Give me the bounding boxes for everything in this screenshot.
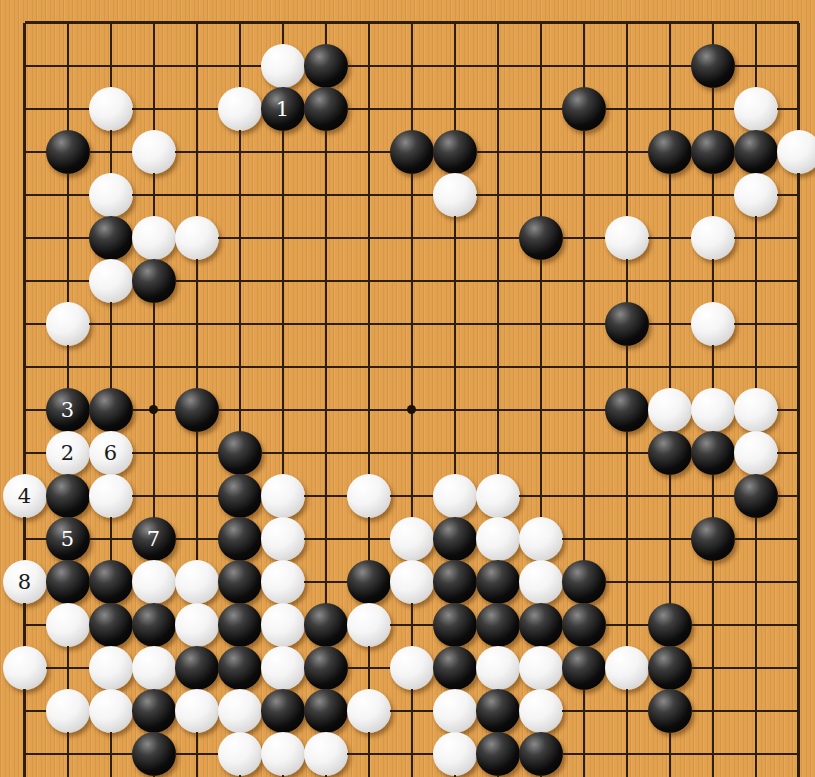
- intersection-12-3[interactable]: [519, 130, 562, 173]
- intersection-2-1[interactable]: [89, 44, 132, 87]
- intersection-7-8[interactable]: [304, 345, 347, 388]
- intersection-0-9[interactable]: [3, 388, 46, 431]
- intersection-6-14[interactable]: [261, 603, 304, 646]
- intersection-17-8[interactable]: [734, 345, 777, 388]
- white-stone[interactable]: [3, 646, 47, 690]
- intersection-17-4[interactable]: [734, 173, 777, 216]
- white-stone[interactable]: [89, 173, 133, 217]
- black-stone[interactable]: [562, 560, 606, 604]
- white-stone[interactable]: [519, 646, 563, 690]
- intersection-1-16[interactable]: [46, 689, 89, 732]
- intersection-1-6[interactable]: [46, 259, 89, 302]
- white-stone[interactable]: [89, 87, 133, 131]
- intersection-10-13[interactable]: [433, 560, 476, 603]
- intersection-11-4[interactable]: [476, 173, 519, 216]
- intersection-5-2[interactable]: [218, 87, 261, 130]
- white-stone[interactable]: [605, 646, 649, 690]
- intersection-4-5[interactable]: [175, 216, 218, 259]
- intersection-5-15[interactable]: [218, 646, 261, 689]
- black-stone[interactable]: [218, 646, 262, 690]
- intersection-12-13[interactable]: [519, 560, 562, 603]
- black-stone[interactable]: [476, 732, 520, 776]
- intersection-13-10[interactable]: [562, 431, 605, 474]
- intersection-5-12[interactable]: [218, 517, 261, 560]
- intersection-3-16[interactable]: [132, 689, 175, 732]
- white-stone[interactable]: [605, 216, 649, 260]
- intersection-18-16[interactable]: [777, 689, 815, 732]
- intersection-7-11[interactable]: [304, 474, 347, 517]
- black-stone[interactable]: [175, 646, 219, 690]
- intersection-13-6[interactable]: [562, 259, 605, 302]
- white-stone[interactable]: [175, 603, 219, 647]
- black-stone[interactable]: [605, 388, 649, 432]
- intersection-2-2[interactable]: [89, 87, 132, 130]
- black-stone[interactable]: 3: [46, 388, 90, 432]
- intersection-7-6[interactable]: [304, 259, 347, 302]
- black-stone[interactable]: [433, 560, 477, 604]
- intersection-15-2[interactable]: [648, 87, 691, 130]
- intersection-16-10[interactable]: [691, 431, 734, 474]
- intersection-0-8[interactable]: [3, 345, 46, 388]
- intersection-8-16[interactable]: [347, 689, 390, 732]
- intersection-6-5[interactable]: [261, 216, 304, 259]
- white-stone[interactable]: [304, 732, 348, 776]
- black-stone[interactable]: [519, 732, 563, 776]
- intersection-4-15[interactable]: [175, 646, 218, 689]
- intersection-4-10[interactable]: [175, 431, 218, 474]
- black-stone[interactable]: [648, 431, 692, 475]
- intersection-18-1[interactable]: [777, 44, 815, 87]
- intersection-15-0[interactable]: [648, 1, 691, 44]
- intersection-10-3[interactable]: [433, 130, 476, 173]
- intersection-9-0[interactable]: [390, 1, 433, 44]
- intersection-8-17[interactable]: [347, 732, 390, 775]
- black-stone[interactable]: [304, 646, 348, 690]
- intersection-17-16[interactable]: [734, 689, 777, 732]
- intersection-4-1[interactable]: [175, 44, 218, 87]
- black-stone[interactable]: [304, 603, 348, 647]
- intersection-8-2[interactable]: [347, 87, 390, 130]
- black-stone[interactable]: [562, 603, 606, 647]
- intersection-10-12[interactable]: [433, 517, 476, 560]
- intersection-6-9[interactable]: [261, 388, 304, 431]
- black-stone[interactable]: [734, 474, 778, 518]
- intersection-7-14[interactable]: [304, 603, 347, 646]
- intersection-14-5[interactable]: [605, 216, 648, 259]
- intersection-1-14[interactable]: [46, 603, 89, 646]
- intersection-14-13[interactable]: [605, 560, 648, 603]
- intersection-10-1[interactable]: [433, 44, 476, 87]
- white-stone[interactable]: [218, 732, 262, 776]
- intersection-14-12[interactable]: [605, 517, 648, 560]
- white-stone[interactable]: [46, 302, 90, 346]
- intersection-1-15[interactable]: [46, 646, 89, 689]
- intersection-5-7[interactable]: [218, 302, 261, 345]
- intersection-18-12[interactable]: [777, 517, 815, 560]
- white-stone[interactable]: [261, 517, 305, 561]
- intersection-13-16[interactable]: [562, 689, 605, 732]
- intersection-10-14[interactable]: [433, 603, 476, 646]
- intersection-15-12[interactable]: [648, 517, 691, 560]
- white-stone[interactable]: [261, 646, 305, 690]
- intersection-7-17[interactable]: [304, 732, 347, 775]
- intersection-9-14[interactable]: [390, 603, 433, 646]
- intersection-4-3[interactable]: [175, 130, 218, 173]
- intersection-16-2[interactable]: [691, 87, 734, 130]
- intersection-17-12[interactable]: [734, 517, 777, 560]
- intersection-13-2[interactable]: [562, 87, 605, 130]
- black-stone[interactable]: [347, 560, 391, 604]
- intersection-2-14[interactable]: [89, 603, 132, 646]
- intersection-14-8[interactable]: [605, 345, 648, 388]
- intersection-9-10[interactable]: [390, 431, 433, 474]
- intersection-6-12[interactable]: [261, 517, 304, 560]
- black-stone[interactable]: [89, 388, 133, 432]
- intersection-5-0[interactable]: [218, 1, 261, 44]
- intersection-13-7[interactable]: [562, 302, 605, 345]
- intersection-4-11[interactable]: [175, 474, 218, 517]
- intersection-17-5[interactable]: [734, 216, 777, 259]
- intersection-17-11[interactable]: [734, 474, 777, 517]
- intersection-18-0[interactable]: [777, 1, 815, 44]
- intersection-12-12[interactable]: [519, 517, 562, 560]
- black-stone[interactable]: [132, 603, 176, 647]
- intersection-5-11[interactable]: [218, 474, 261, 517]
- intersection-11-10[interactable]: [476, 431, 519, 474]
- white-stone[interactable]: [519, 517, 563, 561]
- intersection-2-0[interactable]: [89, 1, 132, 44]
- intersection-8-7[interactable]: [347, 302, 390, 345]
- intersection-10-6[interactable]: [433, 259, 476, 302]
- intersection-6-4[interactable]: [261, 173, 304, 216]
- intersection-17-1[interactable]: [734, 44, 777, 87]
- intersection-15-10[interactable]: [648, 431, 691, 474]
- intersection-4-6[interactable]: [175, 259, 218, 302]
- intersection-0-13[interactable]: 8: [3, 560, 46, 603]
- intersection-6-13[interactable]: [261, 560, 304, 603]
- intersection-14-15[interactable]: [605, 646, 648, 689]
- intersection-13-0[interactable]: [562, 1, 605, 44]
- intersection-12-14[interactable]: [519, 603, 562, 646]
- white-stone[interactable]: [433, 474, 477, 518]
- intersection-16-1[interactable]: [691, 44, 734, 87]
- white-stone[interactable]: [734, 431, 778, 475]
- intersection-17-10[interactable]: [734, 431, 777, 474]
- intersection-16-16[interactable]: [691, 689, 734, 732]
- intersection-10-15[interactable]: [433, 646, 476, 689]
- black-stone[interactable]: [691, 431, 735, 475]
- intersection-18-5[interactable]: [777, 216, 815, 259]
- intersection-6-6[interactable]: [261, 259, 304, 302]
- intersection-13-14[interactable]: [562, 603, 605, 646]
- white-stone[interactable]: [648, 388, 692, 432]
- white-stone[interactable]: [476, 474, 520, 518]
- intersection-16-8[interactable]: [691, 345, 734, 388]
- intersection-7-2[interactable]: [304, 87, 347, 130]
- intersection-3-6[interactable]: [132, 259, 175, 302]
- intersection-9-6[interactable]: [390, 259, 433, 302]
- intersection-7-9[interactable]: [304, 388, 347, 431]
- intersection-1-0[interactable]: [46, 1, 89, 44]
- intersection-3-4[interactable]: [132, 173, 175, 216]
- intersection-7-12[interactable]: [304, 517, 347, 560]
- intersection-15-9[interactable]: [648, 388, 691, 431]
- intersection-10-7[interactable]: [433, 302, 476, 345]
- intersection-3-3[interactable]: [132, 130, 175, 173]
- intersection-6-3[interactable]: [261, 130, 304, 173]
- intersection-3-15[interactable]: [132, 646, 175, 689]
- white-stone[interactable]: [433, 173, 477, 217]
- black-stone[interactable]: [132, 732, 176, 776]
- black-stone[interactable]: [218, 431, 262, 475]
- intersection-0-0[interactable]: [3, 1, 46, 44]
- intersection-5-17[interactable]: [218, 732, 261, 775]
- intersection-6-0[interactable]: [261, 1, 304, 44]
- intersection-18-8[interactable]: [777, 345, 815, 388]
- intersection-9-17[interactable]: [390, 732, 433, 775]
- intersection-12-11[interactable]: [519, 474, 562, 517]
- intersection-3-12[interactable]: 7: [132, 517, 175, 560]
- intersection-11-15[interactable]: [476, 646, 519, 689]
- black-stone[interactable]: [46, 130, 90, 174]
- intersection-3-9[interactable]: [132, 388, 175, 431]
- intersection-3-17[interactable]: [132, 732, 175, 775]
- intersection-8-11[interactable]: [347, 474, 390, 517]
- white-stone[interactable]: [89, 689, 133, 733]
- intersection-18-13[interactable]: [777, 560, 815, 603]
- intersection-14-3[interactable]: [605, 130, 648, 173]
- intersection-17-14[interactable]: [734, 603, 777, 646]
- intersection-2-10[interactable]: 6: [89, 431, 132, 474]
- intersection-1-11[interactable]: [46, 474, 89, 517]
- black-stone[interactable]: [476, 603, 520, 647]
- intersection-10-2[interactable]: [433, 87, 476, 130]
- intersection-12-6[interactable]: [519, 259, 562, 302]
- white-stone[interactable]: [89, 646, 133, 690]
- white-stone[interactable]: [132, 646, 176, 690]
- white-stone[interactable]: [347, 474, 391, 518]
- intersection-8-3[interactable]: [347, 130, 390, 173]
- intersection-17-3[interactable]: [734, 130, 777, 173]
- intersection-2-5[interactable]: [89, 216, 132, 259]
- intersection-18-4[interactable]: [777, 173, 815, 216]
- intersection-18-3[interactable]: [777, 130, 815, 173]
- black-stone[interactable]: [175, 388, 219, 432]
- black-stone[interactable]: [648, 689, 692, 733]
- intersection-3-11[interactable]: [132, 474, 175, 517]
- intersection-9-11[interactable]: [390, 474, 433, 517]
- intersection-0-15[interactable]: [3, 646, 46, 689]
- white-stone[interactable]: [175, 216, 219, 260]
- intersection-1-4[interactable]: [46, 173, 89, 216]
- intersection-17-0[interactable]: [734, 1, 777, 44]
- white-stone[interactable]: [390, 646, 434, 690]
- white-stone[interactable]: [46, 689, 90, 733]
- white-stone[interactable]: [777, 130, 815, 174]
- black-stone[interactable]: [46, 560, 90, 604]
- intersection-2-7[interactable]: [89, 302, 132, 345]
- intersection-1-1[interactable]: [46, 44, 89, 87]
- intersection-7-5[interactable]: [304, 216, 347, 259]
- intersection-6-16[interactable]: [261, 689, 304, 732]
- intersection-10-10[interactable]: [433, 431, 476, 474]
- intersection-13-11[interactable]: [562, 474, 605, 517]
- intersection-1-7[interactable]: [46, 302, 89, 345]
- intersection-4-12[interactable]: [175, 517, 218, 560]
- intersection-10-17[interactable]: [433, 732, 476, 775]
- black-stone[interactable]: [89, 560, 133, 604]
- intersection-11-5[interactable]: [476, 216, 519, 259]
- intersection-4-0[interactable]: [175, 1, 218, 44]
- intersection-0-1[interactable]: [3, 44, 46, 87]
- intersection-15-1[interactable]: [648, 44, 691, 87]
- intersection-16-11[interactable]: [691, 474, 734, 517]
- intersection-16-13[interactable]: [691, 560, 734, 603]
- black-stone[interactable]: [46, 474, 90, 518]
- intersection-8-13[interactable]: [347, 560, 390, 603]
- intersection-9-3[interactable]: [390, 130, 433, 173]
- intersection-14-9[interactable]: [605, 388, 648, 431]
- intersection-1-10[interactable]: 2: [46, 431, 89, 474]
- white-stone[interactable]: [347, 689, 391, 733]
- intersection-0-14[interactable]: [3, 603, 46, 646]
- white-stone[interactable]: [390, 517, 434, 561]
- intersection-3-8[interactable]: [132, 345, 175, 388]
- intersection-12-15[interactable]: [519, 646, 562, 689]
- intersection-3-14[interactable]: [132, 603, 175, 646]
- intersection-1-9[interactable]: 3: [46, 388, 89, 431]
- intersection-14-7[interactable]: [605, 302, 648, 345]
- white-stone[interactable]: [175, 560, 219, 604]
- intersection-14-4[interactable]: [605, 173, 648, 216]
- black-stone[interactable]: [304, 689, 348, 733]
- intersection-13-13[interactable]: [562, 560, 605, 603]
- intersection-11-7[interactable]: [476, 302, 519, 345]
- intersection-10-9[interactable]: [433, 388, 476, 431]
- intersection-14-0[interactable]: [605, 1, 648, 44]
- white-stone[interactable]: [476, 517, 520, 561]
- black-stone[interactable]: [648, 646, 692, 690]
- intersection-15-13[interactable]: [648, 560, 691, 603]
- intersection-4-17[interactable]: [175, 732, 218, 775]
- intersection-7-10[interactable]: [304, 431, 347, 474]
- intersection-0-12[interactable]: [3, 517, 46, 560]
- intersection-8-8[interactable]: [347, 345, 390, 388]
- black-stone[interactable]: [691, 130, 735, 174]
- white-stone[interactable]: [261, 474, 305, 518]
- intersection-17-7[interactable]: [734, 302, 777, 345]
- intersection-11-1[interactable]: [476, 44, 519, 87]
- intersection-9-4[interactable]: [390, 173, 433, 216]
- intersection-0-17[interactable]: [3, 732, 46, 775]
- intersection-0-6[interactable]: [3, 259, 46, 302]
- intersection-0-16[interactable]: [3, 689, 46, 732]
- white-stone[interactable]: [734, 173, 778, 217]
- intersection-18-9[interactable]: [777, 388, 815, 431]
- black-stone[interactable]: [218, 560, 262, 604]
- intersection-15-5[interactable]: [648, 216, 691, 259]
- intersection-17-17[interactable]: [734, 732, 777, 775]
- white-stone[interactable]: [46, 603, 90, 647]
- intersection-9-15[interactable]: [390, 646, 433, 689]
- intersection-18-7[interactable]: [777, 302, 815, 345]
- intersection-9-8[interactable]: [390, 345, 433, 388]
- intersection-4-14[interactable]: [175, 603, 218, 646]
- intersection-14-11[interactable]: [605, 474, 648, 517]
- intersection-14-14[interactable]: [605, 603, 648, 646]
- intersection-5-13[interactable]: [218, 560, 261, 603]
- intersection-12-17[interactable]: [519, 732, 562, 775]
- intersection-8-12[interactable]: [347, 517, 390, 560]
- intersection-5-16[interactable]: [218, 689, 261, 732]
- white-stone[interactable]: [519, 689, 563, 733]
- white-stone[interactable]: [132, 216, 176, 260]
- intersection-5-4[interactable]: [218, 173, 261, 216]
- intersection-11-2[interactable]: [476, 87, 519, 130]
- intersection-4-2[interactable]: [175, 87, 218, 130]
- intersection-13-8[interactable]: [562, 345, 605, 388]
- intersection-10-8[interactable]: [433, 345, 476, 388]
- intersection-5-5[interactable]: [218, 216, 261, 259]
- black-stone[interactable]: [605, 302, 649, 346]
- intersection-8-5[interactable]: [347, 216, 390, 259]
- white-stone[interactable]: 2: [46, 431, 90, 475]
- intersection-18-11[interactable]: [777, 474, 815, 517]
- intersection-16-0[interactable]: [691, 1, 734, 44]
- intersection-16-9[interactable]: [691, 388, 734, 431]
- intersection-8-10[interactable]: [347, 431, 390, 474]
- intersection-7-3[interactable]: [304, 130, 347, 173]
- white-stone[interactable]: [734, 87, 778, 131]
- intersection-8-14[interactable]: [347, 603, 390, 646]
- white-stone[interactable]: [89, 259, 133, 303]
- black-stone[interactable]: [433, 517, 477, 561]
- intersection-0-7[interactable]: [3, 302, 46, 345]
- intersection-1-12[interactable]: 5: [46, 517, 89, 560]
- intersection-3-7[interactable]: [132, 302, 175, 345]
- intersection-9-7[interactable]: [390, 302, 433, 345]
- white-stone[interactable]: [734, 388, 778, 432]
- intersection-11-11[interactable]: [476, 474, 519, 517]
- intersection-2-17[interactable]: [89, 732, 132, 775]
- intersection-10-16[interactable]: [433, 689, 476, 732]
- white-stone[interactable]: [691, 302, 735, 346]
- intersection-17-15[interactable]: [734, 646, 777, 689]
- intersection-14-10[interactable]: [605, 431, 648, 474]
- intersection-14-1[interactable]: [605, 44, 648, 87]
- white-stone[interactable]: [691, 388, 735, 432]
- intersection-4-4[interactable]: [175, 173, 218, 216]
- intersection-2-12[interactable]: [89, 517, 132, 560]
- intersection-2-9[interactable]: [89, 388, 132, 431]
- intersection-2-4[interactable]: [89, 173, 132, 216]
- white-stone[interactable]: [691, 216, 735, 260]
- black-stone[interactable]: [89, 216, 133, 260]
- intersection-0-4[interactable]: [3, 173, 46, 216]
- intersection-11-3[interactable]: [476, 130, 519, 173]
- intersection-8-0[interactable]: [347, 1, 390, 44]
- intersection-16-7[interactable]: [691, 302, 734, 345]
- intersection-9-9[interactable]: [390, 388, 433, 431]
- intersection-3-0[interactable]: [132, 1, 175, 44]
- intersection-5-14[interactable]: [218, 603, 261, 646]
- intersection-1-2[interactable]: [46, 87, 89, 130]
- black-stone[interactable]: [562, 646, 606, 690]
- white-stone[interactable]: [519, 560, 563, 604]
- intersection-18-2[interactable]: [777, 87, 815, 130]
- intersection-11-14[interactable]: [476, 603, 519, 646]
- black-stone[interactable]: [261, 689, 305, 733]
